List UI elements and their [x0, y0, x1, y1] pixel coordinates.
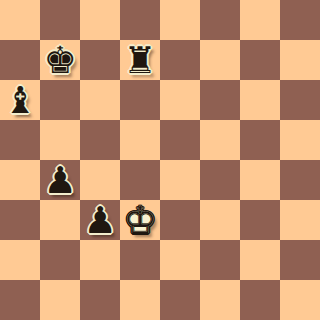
square-f7[interactable]: [200, 40, 240, 80]
square-e6[interactable]: [160, 80, 200, 120]
square-d1[interactable]: [120, 280, 160, 320]
square-h3[interactable]: [280, 200, 320, 240]
square-g3[interactable]: [240, 200, 280, 240]
square-c2[interactable]: [80, 240, 120, 280]
square-h2[interactable]: [280, 240, 320, 280]
square-e3[interactable]: [160, 200, 200, 240]
square-c1[interactable]: [80, 280, 120, 320]
square-a3[interactable]: [0, 200, 40, 240]
piece-glyph: ♟: [43, 162, 76, 199]
square-h5[interactable]: [280, 120, 320, 160]
square-c3[interactable]: ♟: [80, 200, 120, 240]
square-g5[interactable]: [240, 120, 280, 160]
square-f8[interactable]: [200, 0, 240, 40]
square-b1[interactable]: [40, 280, 80, 320]
square-a4[interactable]: [0, 160, 40, 200]
piece-glyph-outline: ♔: [123, 202, 156, 239]
square-e4[interactable]: [160, 160, 200, 200]
piece-black-rook[interactable]: ♜: [120, 40, 160, 80]
piece-black-pawn[interactable]: ♟: [80, 200, 120, 240]
square-g2[interactable]: [240, 240, 280, 280]
square-c8[interactable]: [80, 0, 120, 40]
square-a7[interactable]: [0, 40, 40, 80]
square-h4[interactable]: [280, 160, 320, 200]
square-d4[interactable]: [120, 160, 160, 200]
square-e1[interactable]: [160, 280, 200, 320]
square-f5[interactable]: [200, 120, 240, 160]
square-g8[interactable]: [240, 0, 280, 40]
square-b7[interactable]: ♚: [40, 40, 80, 80]
square-d7[interactable]: ♜: [120, 40, 160, 80]
piece-white-king[interactable]: ♚♔: [120, 200, 160, 240]
square-g1[interactable]: [240, 280, 280, 320]
square-c7[interactable]: [80, 40, 120, 80]
square-b4[interactable]: ♟: [40, 160, 80, 200]
square-g4[interactable]: [240, 160, 280, 200]
piece-glyph: ♚: [43, 42, 76, 79]
square-c4[interactable]: [80, 160, 120, 200]
square-b3[interactable]: [40, 200, 80, 240]
square-e2[interactable]: [160, 240, 200, 280]
square-d6[interactable]: [120, 80, 160, 120]
chessboard-screenshot: ♚♜♝♟♟♚♔: [0, 0, 320, 320]
piece-glyph: ♜: [123, 42, 156, 79]
square-b8[interactable]: [40, 0, 80, 40]
square-e7[interactable]: [160, 40, 200, 80]
square-c6[interactable]: [80, 80, 120, 120]
square-f1[interactable]: [200, 280, 240, 320]
square-h6[interactable]: [280, 80, 320, 120]
square-g7[interactable]: [240, 40, 280, 80]
square-b6[interactable]: [40, 80, 80, 120]
square-d3[interactable]: ♚♔: [120, 200, 160, 240]
square-a1[interactable]: [0, 280, 40, 320]
square-b5[interactable]: [40, 120, 80, 160]
square-a8[interactable]: [0, 0, 40, 40]
square-f3[interactable]: [200, 200, 240, 240]
piece-glyph: ♟: [83, 202, 116, 239]
square-e5[interactable]: [160, 120, 200, 160]
square-e8[interactable]: [160, 0, 200, 40]
square-d2[interactable]: [120, 240, 160, 280]
square-f4[interactable]: [200, 160, 240, 200]
piece-glyph: ♝: [3, 82, 36, 119]
square-h7[interactable]: [280, 40, 320, 80]
square-h8[interactable]: [280, 0, 320, 40]
square-d5[interactable]: [120, 120, 160, 160]
square-f2[interactable]: [200, 240, 240, 280]
piece-black-pawn[interactable]: ♟: [40, 160, 80, 200]
square-f6[interactable]: [200, 80, 240, 120]
piece-black-bishop[interactable]: ♝: [0, 80, 40, 120]
square-c5[interactable]: [80, 120, 120, 160]
chess-board: ♚♜♝♟♟♚♔: [0, 0, 320, 320]
square-b2[interactable]: [40, 240, 80, 280]
square-a6[interactable]: ♝: [0, 80, 40, 120]
square-d8[interactable]: [120, 0, 160, 40]
piece-black-king[interactable]: ♚: [40, 40, 80, 80]
square-g6[interactable]: [240, 80, 280, 120]
square-a5[interactable]: [0, 120, 40, 160]
square-h1[interactable]: [280, 280, 320, 320]
square-a2[interactable]: [0, 240, 40, 280]
